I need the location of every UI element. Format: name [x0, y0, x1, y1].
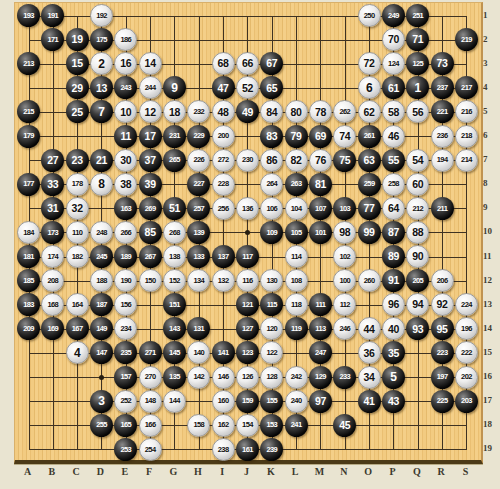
- stone-black-M17[interactable]: 97: [309, 390, 332, 413]
- stone-white-D12[interactable]: 188: [90, 269, 113, 292]
- column-label-K: K: [263, 466, 279, 477]
- stone-black-I4[interactable]: 47: [212, 76, 235, 99]
- row-label-2: 2: [483, 34, 499, 44]
- column-label-H: H: [190, 466, 206, 477]
- column-label-N: N: [336, 466, 352, 477]
- stone-black-B14[interactable]: 169: [41, 317, 64, 340]
- stone-black-C7[interactable]: 23: [66, 149, 89, 172]
- stone-black-J14[interactable]: 127: [236, 317, 259, 340]
- stone-black-Q3[interactable]: 125: [406, 52, 429, 75]
- column-label-C: C: [68, 466, 84, 477]
- stone-black-B2[interactable]: 171: [41, 28, 64, 51]
- stone-white-S5[interactable]: 216: [455, 100, 478, 123]
- stone-black-B9[interactable]: 31: [41, 197, 64, 220]
- stone-white-F18[interactable]: 166: [139, 414, 162, 437]
- stone-white-C11[interactable]: 182: [66, 245, 89, 268]
- go-board[interactable]: 1931911922502492511711917518670712192131…: [14, 2, 483, 464]
- row-label-18: 18: [483, 419, 499, 429]
- stone-black-R17[interactable]: 225: [431, 390, 454, 413]
- stone-white-E2[interactable]: 186: [114, 28, 137, 51]
- row-label-15: 15: [483, 347, 499, 357]
- stone-white-O1[interactable]: 250: [358, 4, 381, 27]
- stone-white-N14[interactable]: 246: [333, 317, 356, 340]
- stone-white-H12[interactable]: 134: [187, 269, 210, 292]
- stone-white-B12[interactable]: 208: [41, 269, 64, 292]
- stone-white-H16[interactable]: 142: [187, 366, 210, 389]
- stone-white-J12[interactable]: 116: [236, 269, 259, 292]
- stone-black-E19[interactable]: 253: [114, 438, 137, 461]
- stone-black-J13[interactable]: 121: [236, 293, 259, 316]
- stone-white-G10[interactable]: 268: [163, 221, 186, 244]
- stone-white-O16[interactable]: 34: [358, 366, 381, 389]
- column-label-A: A: [20, 466, 36, 477]
- stone-white-R7[interactable]: 194: [431, 149, 454, 172]
- stone-black-J15[interactable]: 123: [236, 341, 259, 364]
- stone-white-E13[interactable]: 156: [114, 293, 137, 316]
- stone-white-K9[interactable]: 106: [260, 197, 283, 220]
- stone-white-I6[interactable]: 200: [212, 125, 235, 148]
- stone-white-O15[interactable]: 36: [358, 341, 381, 364]
- stone-black-C14[interactable]: 167: [66, 317, 89, 340]
- stone-black-C2[interactable]: 19: [66, 28, 89, 51]
- stone-white-L5[interactable]: 80: [285, 100, 308, 123]
- stone-black-D5[interactable]: 7: [90, 100, 113, 123]
- column-label-Q: Q: [409, 466, 425, 477]
- stone-white-O3[interactable]: 72: [358, 52, 381, 75]
- stone-black-A5[interactable]: 215: [17, 100, 40, 123]
- stone-black-S4[interactable]: 217: [455, 76, 478, 99]
- stone-white-N6[interactable]: 74: [333, 125, 356, 148]
- column-label-D: D: [92, 466, 108, 477]
- stone-black-O17[interactable]: 41: [358, 390, 381, 413]
- stone-black-L8[interactable]: 263: [285, 173, 308, 196]
- stone-black-F15[interactable]: 271: [139, 341, 162, 364]
- stone-white-H18[interactable]: 158: [187, 414, 210, 437]
- stone-white-K12[interactable]: 130: [260, 269, 283, 292]
- stone-black-C5[interactable]: 25: [66, 100, 89, 123]
- stone-white-E12[interactable]: 190: [114, 269, 137, 292]
- stone-black-H14[interactable]: 131: [187, 317, 210, 340]
- stone-white-E3[interactable]: 16: [114, 52, 137, 75]
- stone-black-P7[interactable]: 55: [382, 149, 405, 172]
- stone-black-N9[interactable]: 103: [333, 197, 356, 220]
- stone-black-E4[interactable]: 243: [114, 76, 137, 99]
- row-label-11: 11: [483, 251, 499, 261]
- column-label-S: S: [457, 466, 473, 477]
- stone-white-S14[interactable]: 196: [455, 317, 478, 340]
- column-label-B: B: [44, 466, 60, 477]
- stone-black-C4[interactable]: 29: [66, 76, 89, 99]
- stone-black-B8[interactable]: 33: [41, 173, 64, 196]
- stone-black-F7[interactable]: 37: [139, 149, 162, 172]
- stone-black-O8[interactable]: 259: [358, 173, 381, 196]
- stone-white-I16[interactable]: 146: [212, 366, 235, 389]
- stone-white-O4[interactable]: 6: [358, 76, 381, 99]
- stone-white-C13[interactable]: 164: [66, 293, 89, 316]
- row-label-4: 4: [483, 82, 499, 92]
- stone-white-O14[interactable]: 44: [358, 317, 381, 340]
- stone-white-J7[interactable]: 230: [236, 149, 259, 172]
- stone-black-G4[interactable]: 9: [163, 76, 186, 99]
- stone-black-C3[interactable]: 15: [66, 52, 89, 75]
- stone-white-D8[interactable]: 8: [90, 173, 113, 196]
- stone-white-P2[interactable]: 70: [382, 28, 405, 51]
- stone-white-G17[interactable]: 144: [163, 390, 186, 413]
- stone-black-F9[interactable]: 269: [139, 197, 162, 220]
- stone-white-L9[interactable]: 104: [285, 197, 308, 220]
- stone-black-M10[interactable]: 101: [309, 221, 332, 244]
- stone-black-A12[interactable]: 185: [17, 269, 40, 292]
- stone-white-N5[interactable]: 262: [333, 100, 356, 123]
- row-label-9: 9: [483, 202, 499, 212]
- stone-black-D11[interactable]: 245: [90, 245, 113, 268]
- stone-white-O5[interactable]: 62: [358, 100, 381, 123]
- stone-black-G6[interactable]: 231: [163, 125, 186, 148]
- stone-white-P14[interactable]: 40: [382, 317, 405, 340]
- stone-white-A10[interactable]: 184: [17, 221, 40, 244]
- stone-white-Q8[interactable]: 60: [406, 173, 429, 196]
- stone-white-E7[interactable]: 30: [114, 149, 137, 172]
- stone-white-L13[interactable]: 118: [285, 293, 308, 316]
- stone-white-I17[interactable]: 160: [212, 390, 235, 413]
- stone-black-J11[interactable]: 117: [236, 245, 259, 268]
- stone-black-A3[interactable]: 213: [17, 52, 40, 75]
- go-game-viewer: 1931911922502492511711917518670712192131…: [0, 0, 500, 489]
- stone-white-I9[interactable]: 256: [212, 197, 235, 220]
- stone-black-N18[interactable]: 45: [333, 414, 356, 437]
- stone-white-N10[interactable]: 98: [333, 221, 356, 244]
- stone-white-Q9[interactable]: 212: [406, 197, 429, 220]
- stone-white-I7[interactable]: 272: [212, 149, 235, 172]
- row-label-8: 8: [483, 178, 499, 188]
- stone-white-H15[interactable]: 140: [187, 341, 210, 364]
- stone-white-C15[interactable]: 4: [66, 341, 89, 364]
- stone-white-D10[interactable]: 248: [90, 221, 113, 244]
- stone-white-B13[interactable]: 168: [41, 293, 64, 316]
- stone-black-P17[interactable]: 43: [382, 390, 405, 413]
- stone-white-L7[interactable]: 82: [285, 149, 308, 172]
- stone-black-K17[interactable]: 155: [260, 390, 283, 413]
- row-label-14: 14: [483, 323, 499, 333]
- stone-black-M16[interactable]: 129: [309, 366, 332, 389]
- stone-black-M9[interactable]: 107: [309, 197, 332, 220]
- stone-white-Q13[interactable]: 94: [406, 293, 429, 316]
- stone-white-E17[interactable]: 252: [114, 390, 137, 413]
- stone-black-E18[interactable]: 165: [114, 414, 137, 437]
- stone-white-E14[interactable]: 234: [114, 317, 137, 340]
- stone-black-R15[interactable]: 223: [431, 341, 454, 364]
- stone-black-F11[interactable]: 267: [139, 245, 162, 268]
- stone-black-A14[interactable]: 209: [17, 317, 40, 340]
- stone-black-R4[interactable]: 237: [431, 76, 454, 99]
- row-label-13: 13: [483, 299, 499, 309]
- stone-black-P15[interactable]: 35: [382, 341, 405, 364]
- stone-white-D1[interactable]: 192: [90, 4, 113, 27]
- stone-black-G7[interactable]: 265: [163, 149, 186, 172]
- stone-white-C8[interactable]: 178: [66, 173, 89, 196]
- stone-white-I5[interactable]: 48: [212, 100, 235, 123]
- stone-white-B11[interactable]: 174: [41, 245, 64, 268]
- stone-black-A13[interactable]: 183: [17, 293, 40, 316]
- stone-white-K15[interactable]: 122: [260, 341, 283, 364]
- stone-white-S15[interactable]: 222: [455, 341, 478, 364]
- stone-white-K7[interactable]: 86: [260, 149, 283, 172]
- stone-white-R6[interactable]: 236: [431, 125, 454, 148]
- stone-black-O6[interactable]: 261: [358, 125, 381, 148]
- stone-white-S6[interactable]: 218: [455, 125, 478, 148]
- stone-white-P13[interactable]: 96: [382, 293, 405, 316]
- stone-white-I8[interactable]: 228: [212, 173, 235, 196]
- stone-white-Q7[interactable]: 54: [406, 149, 429, 172]
- stone-white-M5[interactable]: 78: [309, 100, 332, 123]
- column-label-O: O: [360, 466, 376, 477]
- stone-white-P3[interactable]: 124: [382, 52, 405, 75]
- stone-black-F10[interactable]: 85: [139, 221, 162, 244]
- stone-black-D15[interactable]: 147: [90, 341, 113, 364]
- stone-white-F5[interactable]: 12: [139, 100, 162, 123]
- stone-white-C9[interactable]: 32: [66, 197, 89, 220]
- row-label-10: 10: [483, 226, 499, 236]
- stone-white-H7[interactable]: 226: [187, 149, 210, 172]
- stone-black-D18[interactable]: 255: [90, 414, 113, 437]
- stone-white-J9[interactable]: 136: [236, 197, 259, 220]
- stone-black-A1[interactable]: 193: [17, 4, 40, 27]
- row-label-7: 7: [483, 154, 499, 164]
- row-label-6: 6: [483, 130, 499, 140]
- stone-black-P11[interactable]: 89: [382, 245, 405, 268]
- stone-black-F8[interactable]: 39: [139, 173, 162, 196]
- stone-white-P8[interactable]: 258: [382, 173, 405, 196]
- stone-white-K14[interactable]: 120: [260, 317, 283, 340]
- stone-black-Q2[interactable]: 71: [406, 28, 429, 51]
- stone-white-Q11[interactable]: 90: [406, 245, 429, 268]
- stone-white-I18[interactable]: 162: [212, 414, 235, 437]
- stone-white-O12[interactable]: 260: [358, 269, 381, 292]
- stone-white-C10[interactable]: 110: [66, 221, 89, 244]
- stone-black-D7[interactable]: 21: [90, 149, 113, 172]
- stone-white-E8[interactable]: 38: [114, 173, 137, 196]
- stone-white-F19[interactable]: 254: [139, 438, 162, 461]
- stone-black-I11[interactable]: 137: [212, 245, 235, 268]
- stone-black-B10[interactable]: 173: [41, 221, 64, 244]
- column-label-G: G: [165, 466, 181, 477]
- stone-white-G11[interactable]: 138: [163, 245, 186, 268]
- stone-black-D13[interactable]: 187: [90, 293, 113, 316]
- stone-white-E10[interactable]: 266: [114, 221, 137, 244]
- stone-white-K8[interactable]: 264: [260, 173, 283, 196]
- column-label-I: I: [214, 466, 230, 477]
- stone-white-N12[interactable]: 100: [333, 269, 356, 292]
- star-point: [245, 230, 250, 235]
- stone-white-K16[interactable]: 128: [260, 366, 283, 389]
- column-label-J: J: [238, 466, 254, 477]
- stone-black-P1[interactable]: 249: [382, 4, 405, 27]
- stone-black-D2[interactable]: 175: [90, 28, 113, 51]
- stone-white-Q5[interactable]: 56: [406, 100, 429, 123]
- stone-black-K19[interactable]: 239: [260, 438, 283, 461]
- stone-black-R14[interactable]: 95: [431, 317, 454, 340]
- stone-black-G14[interactable]: 143: [163, 317, 186, 340]
- stone-black-R5[interactable]: 221: [431, 100, 454, 123]
- stone-black-M15[interactable]: 247: [309, 341, 332, 364]
- stone-white-P5[interactable]: 58: [382, 100, 405, 123]
- stone-black-R9[interactable]: 211: [431, 197, 454, 220]
- stone-black-K10[interactable]: 109: [260, 221, 283, 244]
- stone-white-L17[interactable]: 240: [285, 390, 308, 413]
- column-label-L: L: [287, 466, 303, 477]
- stone-white-F17[interactable]: 148: [139, 390, 162, 413]
- stone-white-G12[interactable]: 152: [163, 269, 186, 292]
- stone-white-R13[interactable]: 92: [431, 293, 454, 316]
- stone-black-L6[interactable]: 79: [285, 125, 308, 148]
- stone-white-I12[interactable]: 132: [212, 269, 235, 292]
- stone-white-S7[interactable]: 214: [455, 149, 478, 172]
- stone-black-K6[interactable]: 83: [260, 125, 283, 148]
- stone-black-Q4[interactable]: 1: [406, 76, 429, 99]
- column-label-R: R: [433, 466, 449, 477]
- stone-black-E11[interactable]: 189: [114, 245, 137, 268]
- stone-black-E15[interactable]: 235: [114, 341, 137, 364]
- stone-white-L16[interactable]: 242: [285, 366, 308, 389]
- stone-black-M13[interactable]: 111: [309, 293, 332, 316]
- stone-black-P12[interactable]: 91: [382, 269, 405, 292]
- stone-black-B1[interactable]: 191: [41, 4, 64, 27]
- row-label-17: 17: [483, 395, 499, 405]
- stone-black-D4[interactable]: 13: [90, 76, 113, 99]
- stone-black-O9[interactable]: 77: [358, 197, 381, 220]
- stone-black-F6[interactable]: 17: [139, 125, 162, 148]
- stone-white-S16[interactable]: 202: [455, 366, 478, 389]
- stone-white-Q10[interactable]: 88: [406, 221, 429, 244]
- stone-black-P10[interactable]: 87: [382, 221, 405, 244]
- stone-black-K4[interactable]: 65: [260, 76, 283, 99]
- stone-white-L11[interactable]: 114: [285, 245, 308, 268]
- stone-black-M6[interactable]: 69: [309, 125, 332, 148]
- stone-black-O10[interactable]: 99: [358, 221, 381, 244]
- stone-white-N11[interactable]: 102: [333, 245, 356, 268]
- stone-white-G5[interactable]: 18: [163, 100, 186, 123]
- stone-white-E5[interactable]: 10: [114, 100, 137, 123]
- stone-black-H6[interactable]: 229: [187, 125, 210, 148]
- stone-white-F3[interactable]: 14: [139, 52, 162, 75]
- stone-black-Q14[interactable]: 93: [406, 317, 429, 340]
- stone-black-G13[interactable]: 151: [163, 293, 186, 316]
- stone-white-D3[interactable]: 2: [90, 52, 113, 75]
- stone-white-F12[interactable]: 150: [139, 269, 162, 292]
- stone-black-D17[interactable]: 3: [90, 390, 113, 413]
- stone-white-S13[interactable]: 224: [455, 293, 478, 316]
- stone-black-R3[interactable]: 73: [431, 52, 454, 75]
- stone-black-H8[interactable]: 227: [187, 173, 210, 196]
- stone-black-Q1[interactable]: 251: [406, 4, 429, 27]
- stone-white-H5[interactable]: 232: [187, 100, 210, 123]
- stone-black-L18[interactable]: 241: [285, 414, 308, 437]
- stone-white-P6[interactable]: 46: [382, 125, 405, 148]
- stone-black-B7[interactable]: 27: [41, 149, 64, 172]
- stone-black-H9[interactable]: 257: [187, 197, 210, 220]
- column-label-M: M: [311, 466, 327, 477]
- stone-black-H10[interactable]: 139: [187, 221, 210, 244]
- stone-white-I19[interactable]: 238: [212, 438, 235, 461]
- stone-black-P4[interactable]: 61: [382, 76, 405, 99]
- stone-black-P16[interactable]: 5: [382, 366, 405, 389]
- stone-black-A6[interactable]: 179: [17, 125, 40, 148]
- stone-white-F16[interactable]: 270: [139, 366, 162, 389]
- star-point: [99, 375, 104, 380]
- column-label-F: F: [141, 466, 157, 477]
- stone-black-M8[interactable]: 81: [309, 173, 332, 196]
- stone-black-A11[interactable]: 181: [17, 245, 40, 268]
- stone-white-J3[interactable]: 66: [236, 52, 259, 75]
- stone-black-H11[interactable]: 133: [187, 245, 210, 268]
- stone-white-J16[interactable]: 126: [236, 366, 259, 389]
- stone-black-E6[interactable]: 11: [114, 125, 137, 148]
- stone-black-G15[interactable]: 145: [163, 341, 186, 364]
- stone-black-O7[interactable]: 63: [358, 149, 381, 172]
- stone-white-P9[interactable]: 64: [382, 197, 405, 220]
- stone-black-S2[interactable]: 219: [455, 28, 478, 51]
- stone-white-J4[interactable]: 52: [236, 76, 259, 99]
- stone-black-D14[interactable]: 149: [90, 317, 113, 340]
- stone-black-K3[interactable]: 67: [260, 52, 283, 75]
- stone-black-N7[interactable]: 75: [333, 149, 356, 172]
- stone-black-K18[interactable]: 153: [260, 414, 283, 437]
- stone-black-J5[interactable]: 49: [236, 100, 259, 123]
- stone-black-E9[interactable]: 163: [114, 197, 137, 220]
- row-label-3: 3: [483, 58, 499, 68]
- stone-white-M7[interactable]: 76: [309, 149, 332, 172]
- stone-black-I15[interactable]: 141: [212, 341, 235, 364]
- stone-black-Q12[interactable]: 205: [406, 269, 429, 292]
- stone-white-I3[interactable]: 68: [212, 52, 235, 75]
- row-label-5: 5: [483, 106, 499, 116]
- stone-white-F4[interactable]: 244: [139, 76, 162, 99]
- stone-black-G9[interactable]: 51: [163, 197, 186, 220]
- stone-white-R12[interactable]: 206: [431, 269, 454, 292]
- stone-white-L12[interactable]: 108: [285, 269, 308, 292]
- row-label-12: 12: [483, 275, 499, 285]
- column-label-E: E: [117, 466, 133, 477]
- stone-black-S17[interactable]: 203: [455, 390, 478, 413]
- stone-black-G16[interactable]: 135: [163, 366, 186, 389]
- stone-black-J17[interactable]: 159: [236, 390, 259, 413]
- stone-white-N13[interactable]: 112: [333, 293, 356, 316]
- stone-black-J19[interactable]: 161: [236, 438, 259, 461]
- column-label-P: P: [384, 466, 400, 477]
- stone-black-R16[interactable]: 197: [431, 366, 454, 389]
- stone-black-N16[interactable]: 233: [333, 366, 356, 389]
- stone-white-K5[interactable]: 84: [260, 100, 283, 123]
- stone-black-K13[interactable]: 115: [260, 293, 283, 316]
- stone-black-E16[interactable]: 157: [114, 366, 137, 389]
- row-label-19: 19: [483, 443, 499, 453]
- stone-white-J18[interactable]: 154: [236, 414, 259, 437]
- stone-black-M14[interactable]: 113: [309, 317, 332, 340]
- stone-black-L14[interactable]: 119: [285, 317, 308, 340]
- stone-black-L10[interactable]: 105: [285, 221, 308, 244]
- stone-black-A8[interactable]: 177: [17, 173, 40, 196]
- row-label-16: 16: [483, 371, 499, 381]
- row-label-1: 1: [483, 10, 499, 20]
